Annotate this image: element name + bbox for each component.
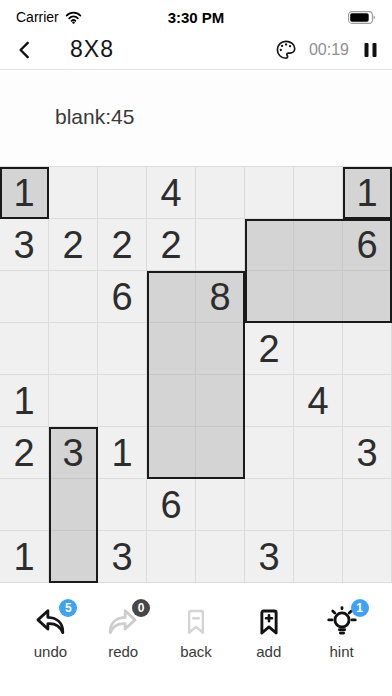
cell-r4c1[interactable]: [0, 323, 49, 375]
undo-badge: 5: [59, 599, 77, 617]
cell-r5c7[interactable]: 4: [294, 375, 343, 427]
cell-r8c2[interactable]: [49, 531, 98, 583]
clue-number: 6: [160, 486, 181, 524]
cell-r7c8[interactable]: [343, 479, 392, 531]
cell-r6c4[interactable]: [147, 427, 196, 479]
clue-number: 8: [209, 278, 230, 316]
hint-badge: 1: [351, 599, 369, 617]
bookmark-minus-icon: [181, 605, 211, 639]
wifi-icon: [65, 11, 82, 24]
cell-r4c6[interactable]: 2: [245, 323, 294, 375]
clue-number: 2: [160, 226, 181, 264]
redo-button[interactable]: 0 redo: [87, 598, 160, 664]
cell-r7c4[interactable]: 6: [147, 479, 196, 531]
cell-r5c6[interactable]: [245, 375, 294, 427]
battery-icon: [348, 11, 376, 24]
clue-number: 6: [111, 278, 132, 316]
bookmark-plus-icon: [254, 605, 284, 639]
cell-r7c2[interactable]: [49, 479, 98, 531]
cell-r8c1[interactable]: 1: [0, 531, 49, 583]
cell-r1c7[interactable]: [294, 167, 343, 219]
clue-number: 3: [13, 226, 34, 264]
cell-r2c1[interactable]: 3: [0, 219, 49, 271]
cell-r4c4[interactable]: [147, 323, 196, 375]
cell-r2c7[interactable]: [294, 219, 343, 271]
nav-pause-icon[interactable]: [363, 42, 378, 58]
toolbar: 5 undo 0 redo back: [0, 598, 392, 664]
redo-badge: 0: [132, 599, 150, 617]
cell-r6c8[interactable]: 3: [343, 427, 392, 479]
cell-r2c3[interactable]: 2: [98, 219, 147, 271]
cell-r6c6[interactable]: [245, 427, 294, 479]
cell-r3c3[interactable]: 6: [98, 271, 147, 323]
clue-number: 3: [62, 434, 83, 472]
hint-button[interactable]: 1 hint: [305, 598, 378, 664]
cell-r8c7[interactable]: [294, 531, 343, 583]
cell-r1c3[interactable]: [98, 167, 147, 219]
cell-r3c2[interactable]: [49, 271, 98, 323]
cell-r3c8[interactable]: [343, 271, 392, 323]
cell-r2c4[interactable]: 2: [147, 219, 196, 271]
cell-r7c6[interactable]: [245, 479, 294, 531]
add-bookmark-button[interactable]: add: [232, 598, 305, 664]
cell-r7c3[interactable]: [98, 479, 147, 531]
clue-number: 2: [13, 434, 34, 472]
cell-r1c6[interactable]: [245, 167, 294, 219]
cell-r1c5[interactable]: [196, 167, 245, 219]
board-cells: 141322266821423136133: [0, 167, 392, 582]
cell-r5c8[interactable]: [343, 375, 392, 427]
app-screen: Carrier 3:30 PM 8X8: [0, 0, 392, 696]
cell-r8c5[interactable]: [196, 531, 245, 583]
cell-r3c4[interactable]: [147, 271, 196, 323]
cell-r2c5[interactable]: [196, 219, 245, 271]
cell-r3c1[interactable]: [0, 271, 49, 323]
cell-r3c6[interactable]: [245, 271, 294, 323]
cell-r6c3[interactable]: 1: [98, 427, 147, 479]
status-bar: Carrier 3:30 PM: [0, 0, 392, 30]
cell-r3c7[interactable]: [294, 271, 343, 323]
clue-number: 1: [356, 174, 377, 212]
cell-r5c2[interactable]: [49, 375, 98, 427]
cell-r1c2[interactable]: [49, 167, 98, 219]
cell-r8c4[interactable]: [147, 531, 196, 583]
nav-bar: 8X8 00:19: [0, 30, 392, 70]
undo-button[interactable]: 5 undo: [14, 598, 87, 664]
clue-number: 3: [356, 434, 377, 472]
cell-r7c1[interactable]: [0, 479, 49, 531]
clue-number: 1: [111, 434, 132, 472]
cell-r1c4[interactable]: 4: [147, 167, 196, 219]
cell-r4c3[interactable]: [98, 323, 147, 375]
cell-r8c6[interactable]: 3: [245, 531, 294, 583]
cell-r6c7[interactable]: [294, 427, 343, 479]
page-title: 8X8: [70, 36, 114, 63]
clue-number: 3: [111, 538, 132, 576]
blank-count: blank:45: [55, 105, 134, 129]
cell-r4c8[interactable]: [343, 323, 392, 375]
cell-r2c2[interactable]: 2: [49, 219, 98, 271]
cell-r1c1[interactable]: 1: [0, 167, 49, 219]
clue-number: 2: [258, 330, 279, 368]
carrier-label: Carrier: [16, 9, 59, 25]
cell-r7c5[interactable]: [196, 479, 245, 531]
clue-number: 4: [160, 174, 181, 212]
clue-number: 3: [258, 538, 279, 576]
cell-r6c1[interactable]: 2: [0, 427, 49, 479]
cell-r4c7[interactable]: [294, 323, 343, 375]
palette-icon[interactable]: [275, 39, 297, 61]
cell-r5c5[interactable]: [196, 375, 245, 427]
clue-number: 2: [62, 226, 83, 264]
cell-r6c2[interactable]: 3: [49, 427, 98, 479]
cell-r1c8[interactable]: 1: [343, 167, 392, 219]
back-bookmark-button[interactable]: back: [160, 598, 233, 664]
cell-r4c5[interactable]: [196, 323, 245, 375]
cell-r5c1[interactable]: 1: [0, 375, 49, 427]
clue-number: 1: [13, 538, 34, 576]
nav-timer: 00:19: [309, 41, 349, 59]
clue-number: 2: [111, 226, 132, 264]
cell-r5c4[interactable]: [147, 375, 196, 427]
clue-number: 4: [307, 382, 328, 420]
cell-r3c5[interactable]: 8: [196, 271, 245, 323]
back-chevron-icon[interactable]: [14, 39, 36, 61]
cell-r2c6[interactable]: [245, 219, 294, 271]
cell-r8c3[interactable]: 3: [98, 531, 147, 583]
clue-number: 1: [13, 174, 34, 212]
shikaku-board: 141322266821423136133: [0, 166, 392, 582]
cell-r8c8[interactable]: [343, 531, 392, 583]
clue-number: 6: [356, 226, 377, 264]
info-strip: blank:45 00:19: [0, 70, 392, 166]
clue-number: 1: [13, 382, 34, 420]
cell-r7c7[interactable]: [294, 479, 343, 531]
cell-r4c2[interactable]: [49, 323, 98, 375]
cell-r5c3[interactable]: [98, 375, 147, 427]
cell-r6c5[interactable]: [196, 427, 245, 479]
cell-r2c8[interactable]: 6: [343, 219, 392, 271]
